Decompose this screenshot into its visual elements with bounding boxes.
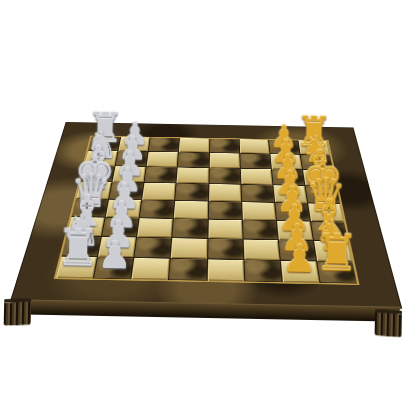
piece-silver-pawn[interactable]: ♟ [82, 236, 147, 275]
board-square[interactable] [177, 168, 208, 184]
board-square[interactable] [208, 239, 243, 260]
scene: ♜♟♟♜♞♟♟♞♝♟♟♝♚♟♟♚♛♟♟♛♝♟♟♝♞♟♟♞♜♟♟♜ [0, 0, 416, 416]
corner-foot-left [4, 298, 32, 326]
board-square[interactable] [171, 238, 207, 259]
board-square[interactable] [207, 259, 244, 281]
board-square[interactable] [210, 139, 239, 153]
board-square[interactable] [179, 138, 209, 152]
board-square[interactable] [178, 152, 209, 167]
board-square[interactable] [176, 184, 208, 201]
board-square[interactable] [208, 201, 241, 219]
board-square[interactable] [169, 259, 206, 281]
board-square[interactable] [208, 219, 242, 238]
board-square[interactable] [174, 201, 207, 219]
board-square[interactable] [173, 219, 208, 238]
board-square[interactable] [209, 153, 239, 168]
board-square[interactable] [209, 184, 241, 201]
piece-gold-rook[interactable]: ♜ [304, 228, 369, 279]
corner-foot-right [375, 309, 402, 338]
board-square[interactable] [209, 168, 240, 184]
product-photo: ♜♟♟♜♞♟♟♞♝♟♟♝♚♟♟♚♛♟♟♛♝♟♟♝♞♟♟♞♜♟♟♜ [0, 0, 416, 416]
